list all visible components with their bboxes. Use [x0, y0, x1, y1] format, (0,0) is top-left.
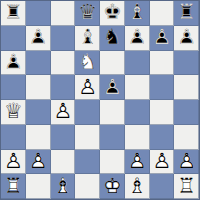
square-h6[interactable] [174, 51, 199, 76]
white-knight-icon: ♞♘ [75, 51, 100, 76]
black-pawn-icon: ♟♙ [1, 51, 26, 76]
white-pawn-icon: ♟♙ [51, 100, 76, 125]
square-d2[interactable] [75, 150, 100, 175]
square-d6[interactable]: ♞♘ [75, 51, 100, 76]
white-bishop-icon: ♝♗ [51, 174, 76, 199]
black-pawn-icon: ♟♙ [150, 26, 175, 51]
white-pawn-icon: ♟♙ [125, 150, 150, 175]
square-e4[interactable] [100, 100, 125, 125]
square-b4[interactable] [26, 100, 51, 125]
square-a5[interactable] [1, 75, 26, 100]
square-f5[interactable] [125, 75, 150, 100]
square-e6[interactable] [100, 51, 125, 76]
square-a8[interactable]: ♜♖ [1, 1, 26, 26]
chess-board: ♜♖♛♕♚♔♝♗♜♖♟♙♝♗♞♘♟♙♟♙♟♙♟♙♞♘♟♙♟♙♛♕♟♙♟♙♟♙♟♙… [0, 0, 200, 200]
white-queen-icon: ♛♕ [1, 100, 26, 125]
square-e7[interactable]: ♞♘ [100, 26, 125, 51]
square-c2[interactable] [51, 150, 76, 175]
white-pawn-icon: ♟♙ [150, 150, 175, 175]
square-a2[interactable]: ♟♙ [1, 150, 26, 175]
black-rook-icon: ♜♖ [174, 1, 199, 26]
white-pawn-icon: ♟♙ [26, 150, 51, 175]
square-f6[interactable] [125, 51, 150, 76]
square-e2[interactable] [100, 150, 125, 175]
square-g7[interactable]: ♟♙ [150, 26, 175, 51]
black-knight-icon: ♞♘ [100, 26, 125, 51]
black-bishop-icon: ♝♗ [75, 26, 100, 51]
square-g5[interactable] [150, 75, 175, 100]
square-f2[interactable]: ♟♙ [125, 150, 150, 175]
square-h1[interactable]: ♜♖ [174, 174, 199, 199]
square-c5[interactable] [51, 75, 76, 100]
square-b8[interactable] [26, 1, 51, 26]
square-c1[interactable]: ♝♗ [51, 174, 76, 199]
white-pawn-icon: ♟♙ [75, 75, 100, 100]
square-f4[interactable] [125, 100, 150, 125]
square-h3[interactable] [174, 125, 199, 150]
black-queen-icon: ♛♕ [75, 1, 100, 26]
square-h7[interactable]: ♟♙ [174, 26, 199, 51]
black-pawn-icon: ♟♙ [174, 26, 199, 51]
square-g1[interactable] [150, 174, 175, 199]
square-c4[interactable]: ♟♙ [51, 100, 76, 125]
square-g3[interactable] [150, 125, 175, 150]
black-king-icon: ♚♔ [100, 1, 125, 26]
square-b5[interactable] [26, 75, 51, 100]
black-pawn-icon: ♟♙ [26, 26, 51, 51]
square-d4[interactable] [75, 100, 100, 125]
square-d1[interactable] [75, 174, 100, 199]
square-e3[interactable] [100, 125, 125, 150]
square-e8[interactable]: ♚♔ [100, 1, 125, 26]
square-f1[interactable]: ♝♗ [125, 174, 150, 199]
square-f8[interactable]: ♝♗ [125, 1, 150, 26]
white-pawn-icon: ♟♙ [174, 150, 199, 175]
square-a7[interactable] [1, 26, 26, 51]
square-d7[interactable]: ♝♗ [75, 26, 100, 51]
square-a1[interactable]: ♜♖ [1, 174, 26, 199]
square-d8[interactable]: ♛♕ [75, 1, 100, 26]
square-f3[interactable] [125, 125, 150, 150]
square-g8[interactable] [150, 1, 175, 26]
square-h2[interactable]: ♟♙ [174, 150, 199, 175]
square-b3[interactable] [26, 125, 51, 150]
white-rook-icon: ♜♖ [174, 174, 199, 199]
square-c3[interactable] [51, 125, 76, 150]
white-rook-icon: ♜♖ [1, 174, 26, 199]
square-g6[interactable] [150, 51, 175, 76]
black-rook-icon: ♜♖ [1, 1, 26, 26]
white-bishop-icon: ♝♗ [125, 174, 150, 199]
square-d5[interactable]: ♟♙ [75, 75, 100, 100]
white-pawn-icon: ♟♙ [1, 150, 26, 175]
square-g2[interactable]: ♟♙ [150, 150, 175, 175]
black-bishop-icon: ♝♗ [125, 1, 150, 26]
square-b7[interactable]: ♟♙ [26, 26, 51, 51]
square-b6[interactable] [26, 51, 51, 76]
square-a4[interactable]: ♛♕ [1, 100, 26, 125]
square-h5[interactable] [174, 75, 199, 100]
square-d3[interactable] [75, 125, 100, 150]
square-g4[interactable] [150, 100, 175, 125]
square-h4[interactable] [174, 100, 199, 125]
square-e1[interactable]: ♚♔ [100, 174, 125, 199]
square-h8[interactable]: ♜♖ [174, 1, 199, 26]
square-c7[interactable] [51, 26, 76, 51]
square-e5[interactable]: ♟♙ [100, 75, 125, 100]
white-king-icon: ♚♔ [100, 174, 125, 199]
square-f7[interactable]: ♟♙ [125, 26, 150, 51]
square-c6[interactable] [51, 51, 76, 76]
square-a6[interactable]: ♟♙ [1, 51, 26, 76]
black-pawn-icon: ♟♙ [100, 75, 125, 100]
square-c8[interactable] [51, 1, 76, 26]
square-a3[interactable] [1, 125, 26, 150]
square-b1[interactable] [26, 174, 51, 199]
black-pawn-icon: ♟♙ [125, 26, 150, 51]
square-b2[interactable]: ♟♙ [26, 150, 51, 175]
